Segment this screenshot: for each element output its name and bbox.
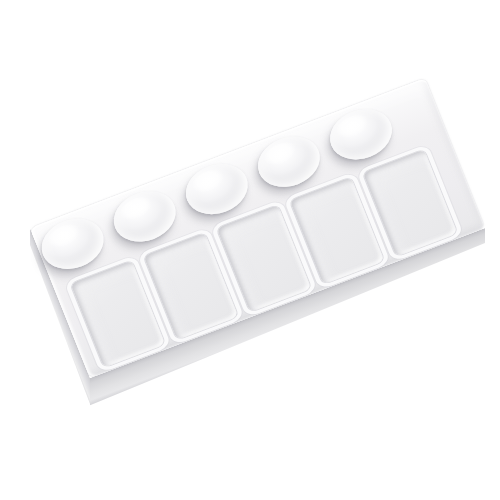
product-photo [0,0,500,500]
palette-photo [0,0,500,500]
